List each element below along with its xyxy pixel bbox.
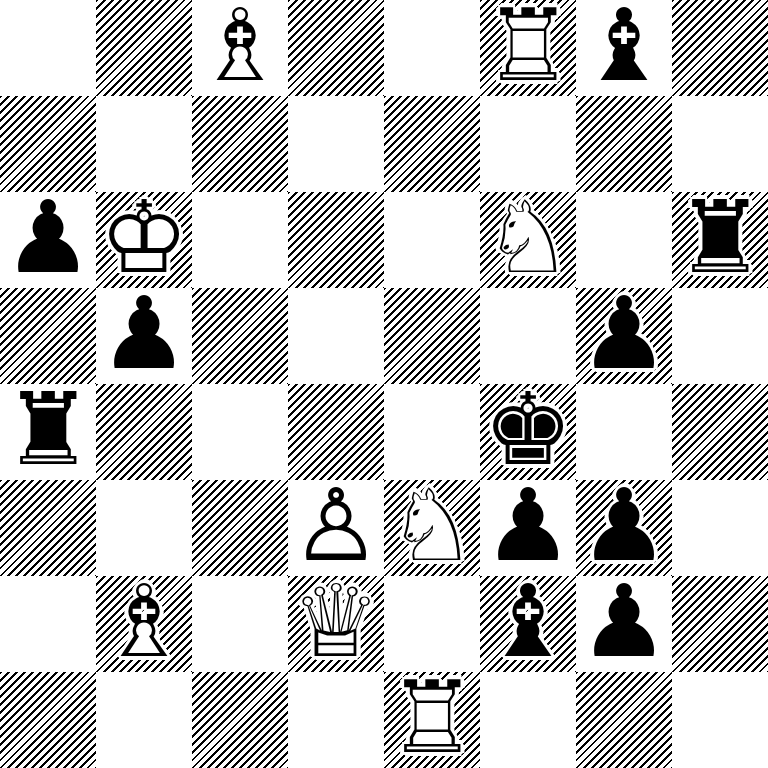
square-c5[interactable] [192,288,288,384]
square-b3[interactable] [96,480,192,576]
square-d1[interactable] [288,672,384,768]
white-bishop-b2: ♝♗ [96,576,192,672]
square-g6[interactable] [576,192,672,288]
square-f4[interactable]: ♚♚ [480,384,576,480]
square-h7[interactable] [672,96,768,192]
black-rook-icon: ♜ [0,384,96,480]
square-e8[interactable] [384,0,480,96]
black-rook-h6: ♜♜ [672,192,768,288]
black-pawn-g2: ♟♟ [576,576,672,672]
white-rook-icon: ♖ [480,0,576,96]
square-a6[interactable]: ♟♟ [0,192,96,288]
square-b8[interactable] [96,0,192,96]
black-pawn-icon: ♟ [576,288,672,384]
white-rook-e1: ♜♖ [384,672,480,768]
square-b7[interactable] [96,96,192,192]
square-a1[interactable] [0,672,96,768]
square-g2[interactable]: ♟♟ [576,576,672,672]
square-c2[interactable] [192,576,288,672]
black-bishop-icon: ♝ [480,576,576,672]
square-h3[interactable] [672,480,768,576]
square-g1[interactable] [576,672,672,768]
white-rook-f8: ♜♖ [480,0,576,96]
square-e6[interactable] [384,192,480,288]
black-pawn-icon: ♟ [576,576,672,672]
black-pawn-g3: ♟♟ [576,480,672,576]
white-knight-icon: ♘ [480,192,576,288]
square-a7[interactable] [0,96,96,192]
white-knight-icon: ♘ [384,480,480,576]
white-king-icon: ♔ [96,192,192,288]
black-rook-a4: ♜♜ [0,384,96,480]
square-g7[interactable] [576,96,672,192]
square-h6[interactable]: ♜♜ [672,192,768,288]
white-knight-e3: ♞♘ [384,480,480,576]
square-e1[interactable]: ♜♖ [384,672,480,768]
black-bishop-icon: ♝ [576,0,672,96]
square-f3[interactable]: ♟♟ [480,480,576,576]
white-rook-icon: ♖ [384,672,480,768]
black-pawn-a6: ♟♟ [0,192,96,288]
white-king-b6: ♚♔ [96,192,192,288]
square-d5[interactable] [288,288,384,384]
black-bishop-f2: ♝♝ [480,576,576,672]
square-a2[interactable] [0,576,96,672]
black-rook-icon: ♜ [672,192,768,288]
square-h5[interactable] [672,288,768,384]
white-bishop-icon: ♗ [96,576,192,672]
square-h8[interactable] [672,0,768,96]
black-pawn-g5: ♟♟ [576,288,672,384]
square-d4[interactable] [288,384,384,480]
square-e7[interactable] [384,96,480,192]
square-h4[interactable] [672,384,768,480]
square-a3[interactable] [0,480,96,576]
white-bishop-c8: ♝♗ [192,0,288,96]
square-g4[interactable] [576,384,672,480]
black-pawn-icon: ♟ [0,192,96,288]
square-f6[interactable]: ♞♘ [480,192,576,288]
square-f5[interactable] [480,288,576,384]
square-b2[interactable]: ♝♗ [96,576,192,672]
black-king-icon: ♚ [480,384,576,480]
square-h1[interactable] [672,672,768,768]
square-e2[interactable] [384,576,480,672]
square-a5[interactable] [0,288,96,384]
square-b1[interactable] [96,672,192,768]
square-d7[interactable] [288,96,384,192]
square-a4[interactable]: ♜♜ [0,384,96,480]
white-pawn-icon: ♙ [288,480,384,576]
square-g8[interactable]: ♝♝ [576,0,672,96]
white-knight-f6: ♞♘ [480,192,576,288]
white-queen-icon: ♕ [288,576,384,672]
white-pawn-d3: ♟♙ [288,480,384,576]
square-e4[interactable] [384,384,480,480]
square-b4[interactable] [96,384,192,480]
square-f2[interactable]: ♝♝ [480,576,576,672]
white-bishop-icon: ♗ [192,0,288,96]
black-pawn-icon: ♟ [576,480,672,576]
square-c7[interactable] [192,96,288,192]
square-c8[interactable]: ♝♗ [192,0,288,96]
square-d6[interactable] [288,192,384,288]
square-f7[interactable] [480,96,576,192]
square-e3[interactable]: ♞♘ [384,480,480,576]
black-pawn-icon: ♟ [96,288,192,384]
square-g5[interactable]: ♟♟ [576,288,672,384]
square-g3[interactable]: ♟♟ [576,480,672,576]
square-b5[interactable]: ♟♟ [96,288,192,384]
square-c1[interactable] [192,672,288,768]
black-bishop-g8: ♝♝ [576,0,672,96]
square-b6[interactable]: ♚♔ [96,192,192,288]
square-f8[interactable]: ♜♖ [480,0,576,96]
square-d3[interactable]: ♟♙ [288,480,384,576]
black-pawn-b5: ♟♟ [96,288,192,384]
square-a8[interactable] [0,0,96,96]
square-e5[interactable] [384,288,480,384]
square-c3[interactable] [192,480,288,576]
square-f1[interactable] [480,672,576,768]
black-pawn-icon: ♟ [480,480,576,576]
square-d8[interactable] [288,0,384,96]
square-h2[interactable] [672,576,768,672]
white-queen-d2: ♛♕ [288,576,384,672]
square-c4[interactable] [192,384,288,480]
black-king-f4: ♚♚ [480,384,576,480]
black-pawn-f3: ♟♟ [480,480,576,576]
chess-board: ♝♗♜♖♝♝♟♟♚♔♞♘♜♜♟♟♟♟♜♜♚♚♟♙♞♘♟♟♟♟♝♗♛♕♝♝♟♟♜♖ [0,0,768,768]
square-c6[interactable] [192,192,288,288]
square-d2[interactable]: ♛♕ [288,576,384,672]
